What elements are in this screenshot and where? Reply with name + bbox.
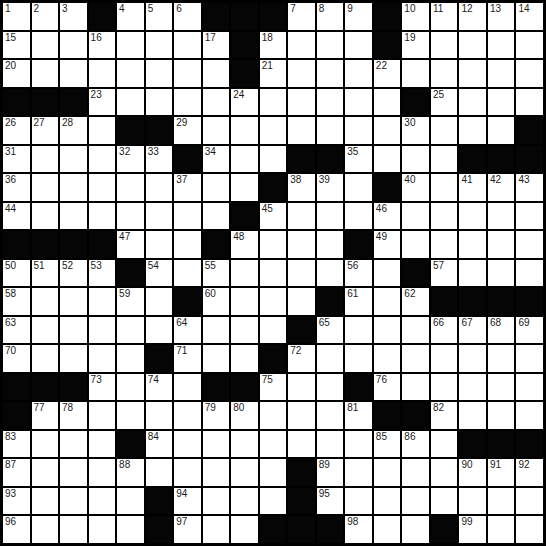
cell-r2c10[interactable]: 18 xyxy=(259,31,288,60)
cell-r14c5[interactable] xyxy=(116,373,145,402)
cell-r16c12[interactable] xyxy=(316,430,345,459)
cell-r8c12[interactable] xyxy=(316,202,345,231)
cell-r9c19[interactable] xyxy=(515,230,544,259)
cell-r17c17[interactable]: 90 xyxy=(458,458,487,487)
cell-r10c18[interactable] xyxy=(487,259,516,288)
cell-r4c11[interactable] xyxy=(287,88,316,117)
cell-r12c9[interactable] xyxy=(230,316,259,345)
cell-r5c8[interactable] xyxy=(202,116,231,145)
cell-r10c1[interactable]: 50 xyxy=(2,259,31,288)
cell-r9c15[interactable] xyxy=(401,230,430,259)
cell-r8c14[interactable]: 46 xyxy=(373,202,402,231)
cell-r6c4[interactable] xyxy=(88,145,117,174)
cell-r3c15[interactable] xyxy=(401,59,430,88)
cell-r16c13[interactable] xyxy=(344,430,373,459)
cell-r3c13[interactable] xyxy=(344,59,373,88)
cell-r10c3[interactable]: 52 xyxy=(59,259,88,288)
cell-r8c18[interactable] xyxy=(487,202,516,231)
cell-r16c7[interactable] xyxy=(173,430,202,459)
cell-r12c10[interactable] xyxy=(259,316,288,345)
cell-r5c17[interactable] xyxy=(458,116,487,145)
cell-r10c10[interactable] xyxy=(259,259,288,288)
cell-r19c5[interactable] xyxy=(116,515,145,544)
cell-r6c8[interactable]: 34 xyxy=(202,145,231,174)
cell-r7c1[interactable]: 36 xyxy=(2,173,31,202)
cell-r13c1[interactable]: 70 xyxy=(2,344,31,373)
cell-r7c7[interactable]: 37 xyxy=(173,173,202,202)
cell-r17c19[interactable]: 92 xyxy=(515,458,544,487)
cell-r13c14[interactable] xyxy=(373,344,402,373)
cell-r19c17[interactable]: 99 xyxy=(458,515,487,544)
cell-r11c10[interactable] xyxy=(259,287,288,316)
cell-r14c6[interactable]: 74 xyxy=(145,373,174,402)
clue-number-84: 84 xyxy=(148,431,159,443)
cell-r14c18[interactable] xyxy=(487,373,516,402)
cell-r4c19[interactable] xyxy=(515,88,544,117)
cell-r1c7[interactable]: 6 xyxy=(173,2,202,31)
cell-r4c6[interactable] xyxy=(145,88,174,117)
cell-r9c14[interactable]: 49 xyxy=(373,230,402,259)
cell-r13c12[interactable] xyxy=(316,344,345,373)
cell-r8c2[interactable] xyxy=(31,202,60,231)
cell-r8c1[interactable]: 44 xyxy=(2,202,31,231)
cell-r8c13[interactable] xyxy=(344,202,373,231)
cell-r6c1[interactable]: 31 xyxy=(2,145,31,174)
cell-r18c10[interactable] xyxy=(259,487,288,516)
cell-r5c4[interactable] xyxy=(88,116,117,145)
cell-r15c6[interactable] xyxy=(145,401,174,430)
cell-r18c9[interactable] xyxy=(230,487,259,516)
cell-r15c5[interactable] xyxy=(116,401,145,430)
cell-r12c6[interactable] xyxy=(145,316,174,345)
cell-r7c15[interactable]: 40 xyxy=(401,173,430,202)
cell-r1c11[interactable]: 7 xyxy=(287,2,316,31)
cell-r2c5[interactable] xyxy=(116,31,145,60)
cell-r2c18[interactable] xyxy=(487,31,516,60)
cell-r18c4[interactable] xyxy=(88,487,117,516)
cell-r13c18[interactable] xyxy=(487,344,516,373)
cell-r1c17[interactable]: 12 xyxy=(458,2,487,31)
cell-r13c17[interactable] xyxy=(458,344,487,373)
cell-r18c16[interactable] xyxy=(430,487,459,516)
cell-r19c8[interactable] xyxy=(202,515,231,544)
cell-r4c4[interactable]: 23 xyxy=(88,88,117,117)
cell-r10c12[interactable] xyxy=(316,259,345,288)
cell-r7c2[interactable] xyxy=(31,173,60,202)
cell-r16c9[interactable] xyxy=(230,430,259,459)
cell-r2c13[interactable] xyxy=(344,31,373,60)
cell-r15c9[interactable]: 80 xyxy=(230,401,259,430)
cell-r9c17[interactable] xyxy=(458,230,487,259)
cell-r1c2[interactable]: 2 xyxy=(31,2,60,31)
cell-r3c7[interactable] xyxy=(173,59,202,88)
cell-r17c7[interactable] xyxy=(173,458,202,487)
cell-r9c12[interactable] xyxy=(316,230,345,259)
cell-r18c13[interactable] xyxy=(344,487,373,516)
cell-r15c19[interactable] xyxy=(515,401,544,430)
cell-r11c3[interactable] xyxy=(59,287,88,316)
cell-r3c2[interactable] xyxy=(31,59,60,88)
cell-r5c7[interactable]: 29 xyxy=(173,116,202,145)
cell-r7c6[interactable] xyxy=(145,173,174,202)
cell-r4c7[interactable] xyxy=(173,88,202,117)
cell-r2c2[interactable] xyxy=(31,31,60,60)
cell-r12c14[interactable] xyxy=(373,316,402,345)
cell-r10c4[interactable]: 53 xyxy=(88,259,117,288)
cell-r14c12[interactable] xyxy=(316,373,345,402)
cell-r8c5[interactable] xyxy=(116,202,145,231)
cell-r10c2[interactable]: 51 xyxy=(31,259,60,288)
cell-r15c16[interactable]: 82 xyxy=(430,401,459,430)
cell-r1c5[interactable]: 4 xyxy=(116,2,145,31)
cell-r19c15[interactable] xyxy=(401,515,430,544)
cell-r17c16[interactable] xyxy=(430,458,459,487)
cell-r17c1[interactable]: 87 xyxy=(2,458,31,487)
cell-r11c4[interactable] xyxy=(88,287,117,316)
cell-r2c11[interactable] xyxy=(287,31,316,60)
cell-r17c5[interactable]: 88 xyxy=(116,458,145,487)
cell-r6c3[interactable] xyxy=(59,145,88,174)
cell-r2c6[interactable] xyxy=(145,31,174,60)
cell-r8c11[interactable] xyxy=(287,202,316,231)
cell-r15c8[interactable]: 79 xyxy=(202,401,231,430)
cell-r12c4[interactable] xyxy=(88,316,117,345)
cell-r16c15[interactable]: 86 xyxy=(401,430,430,459)
cell-r7c16[interactable] xyxy=(430,173,459,202)
cell-r8c7[interactable] xyxy=(173,202,202,231)
cell-r9c7[interactable] xyxy=(173,230,202,259)
cell-r6c15[interactable] xyxy=(401,145,430,174)
cell-r18c3[interactable] xyxy=(59,487,88,516)
cell-r15c13[interactable]: 81 xyxy=(344,401,373,430)
cell-r18c7[interactable]: 94 xyxy=(173,487,202,516)
cell-r13c8[interactable] xyxy=(202,344,231,373)
cell-r16c14[interactable]: 85 xyxy=(373,430,402,459)
cell-r5c15[interactable]: 30 xyxy=(401,116,430,145)
cell-r3c12[interactable] xyxy=(316,59,345,88)
cell-r11c5[interactable]: 59 xyxy=(116,287,145,316)
cell-r5c14[interactable] xyxy=(373,116,402,145)
cell-r1c16[interactable]: 11 xyxy=(430,2,459,31)
cell-r11c1[interactable]: 58 xyxy=(2,287,31,316)
cell-r12c1[interactable]: 63 xyxy=(2,316,31,345)
cell-r15c10[interactable] xyxy=(259,401,288,430)
cell-r4c10[interactable] xyxy=(259,88,288,117)
cell-r16c10[interactable] xyxy=(259,430,288,459)
cell-r12c19[interactable]: 69 xyxy=(515,316,544,345)
cell-r12c17[interactable]: 67 xyxy=(458,316,487,345)
cell-r4c9[interactable]: 24 xyxy=(230,88,259,117)
cell-r3c14[interactable]: 22 xyxy=(373,59,402,88)
cell-r16c11[interactable] xyxy=(287,430,316,459)
cell-r19c3[interactable] xyxy=(59,515,88,544)
cell-r19c4[interactable] xyxy=(88,515,117,544)
cell-r15c3[interactable]: 78 xyxy=(59,401,88,430)
cell-r15c17[interactable] xyxy=(458,401,487,430)
cell-r6c16[interactable] xyxy=(430,145,459,174)
cell-r19c2[interactable] xyxy=(31,515,60,544)
cell-r1c1[interactable]: 1 xyxy=(2,2,31,31)
cell-r5c18[interactable] xyxy=(487,116,516,145)
cell-r1c6[interactable]: 5 xyxy=(145,2,174,31)
cell-r15c7[interactable] xyxy=(173,401,202,430)
cell-r18c1[interactable]: 93 xyxy=(2,487,31,516)
cell-r16c16[interactable] xyxy=(430,430,459,459)
cell-r6c6[interactable]: 33 xyxy=(145,145,174,174)
cell-r13c2[interactable] xyxy=(31,344,60,373)
cell-r17c3[interactable] xyxy=(59,458,88,487)
cell-r11c11[interactable] xyxy=(287,287,316,316)
cell-r4c18[interactable] xyxy=(487,88,516,117)
cell-r16c6[interactable]: 84 xyxy=(145,430,174,459)
cell-r18c2[interactable] xyxy=(31,487,60,516)
cell-r9c16[interactable] xyxy=(430,230,459,259)
cell-r14c10[interactable]: 75 xyxy=(259,373,288,402)
cell-r17c8[interactable] xyxy=(202,458,231,487)
cell-r12c8[interactable] xyxy=(202,316,231,345)
cell-r10c19[interactable] xyxy=(515,259,544,288)
cell-r10c7[interactable] xyxy=(173,259,202,288)
cell-r16c2[interactable] xyxy=(31,430,60,459)
cell-r13c4[interactable] xyxy=(88,344,117,373)
cell-r13c3[interactable] xyxy=(59,344,88,373)
cell-r18c17[interactable] xyxy=(458,487,487,516)
cell-r11c8[interactable]: 60 xyxy=(202,287,231,316)
cell-r15c12[interactable] xyxy=(316,401,345,430)
cell-r5c2[interactable]: 27 xyxy=(31,116,60,145)
cell-r4c12[interactable] xyxy=(316,88,345,117)
cell-r3c19[interactable] xyxy=(515,59,544,88)
cell-r5c13[interactable] xyxy=(344,116,373,145)
cell-r9c9[interactable]: 48 xyxy=(230,230,259,259)
cell-r14c14[interactable]: 76 xyxy=(373,373,402,402)
cell-r19c1[interactable]: 96 xyxy=(2,515,31,544)
cell-r5c1[interactable]: 26 xyxy=(2,116,31,145)
cell-r11c14[interactable] xyxy=(373,287,402,316)
cell-r8c19[interactable] xyxy=(515,202,544,231)
cell-r5c10[interactable] xyxy=(259,116,288,145)
cell-r19c19[interactable] xyxy=(515,515,544,544)
cell-r7c13[interactable] xyxy=(344,173,373,202)
cell-r4c5[interactable] xyxy=(116,88,145,117)
cell-r17c15[interactable] xyxy=(401,458,430,487)
cell-r6c5[interactable]: 32 xyxy=(116,145,145,174)
cell-r12c12[interactable]: 65 xyxy=(316,316,345,345)
cell-r4c13[interactable] xyxy=(344,88,373,117)
cell-r9c11[interactable] xyxy=(287,230,316,259)
cell-r15c18[interactable] xyxy=(487,401,516,430)
cell-r17c13[interactable] xyxy=(344,458,373,487)
cell-r7c5[interactable] xyxy=(116,173,145,202)
cell-r14c15[interactable] xyxy=(401,373,430,402)
cell-r17c10[interactable] xyxy=(259,458,288,487)
cell-r18c14[interactable] xyxy=(373,487,402,516)
cell-r11c9[interactable] xyxy=(230,287,259,316)
cell-r18c15[interactable] xyxy=(401,487,430,516)
cell-r3c5[interactable] xyxy=(116,59,145,88)
cell-r7c17[interactable]: 41 xyxy=(458,173,487,202)
cell-r10c14[interactable] xyxy=(373,259,402,288)
cell-r18c19[interactable] xyxy=(515,487,544,516)
cell-r7c19[interactable]: 43 xyxy=(515,173,544,202)
cell-r2c7[interactable] xyxy=(173,31,202,60)
cell-r17c18[interactable]: 91 xyxy=(487,458,516,487)
cell-r8c3[interactable] xyxy=(59,202,88,231)
cell-r12c15[interactable] xyxy=(401,316,430,345)
cell-r12c18[interactable]: 68 xyxy=(487,316,516,345)
cell-r9c5[interactable]: 47 xyxy=(116,230,145,259)
cell-r5c16[interactable] xyxy=(430,116,459,145)
cell-r9c18[interactable] xyxy=(487,230,516,259)
cell-r1c19[interactable]: 14 xyxy=(515,2,544,31)
cell-r11c15[interactable]: 62 xyxy=(401,287,430,316)
cell-r3c10[interactable]: 21 xyxy=(259,59,288,88)
cell-r12c7[interactable]: 64 xyxy=(173,316,202,345)
cell-r2c3[interactable] xyxy=(59,31,88,60)
cell-r10c6[interactable]: 54 xyxy=(145,259,174,288)
cell-r10c11[interactable] xyxy=(287,259,316,288)
cell-r2c19[interactable] xyxy=(515,31,544,60)
cell-r14c7[interactable] xyxy=(173,373,202,402)
cell-r2c8[interactable]: 17 xyxy=(202,31,231,60)
cell-r16c4[interactable] xyxy=(88,430,117,459)
cell-r8c6[interactable] xyxy=(145,202,174,231)
cell-r13c19[interactable] xyxy=(515,344,544,373)
cell-r6c10[interactable] xyxy=(259,145,288,174)
cell-r7c4[interactable] xyxy=(88,173,117,202)
cell-r3c1[interactable]: 20 xyxy=(2,59,31,88)
cell-r3c17[interactable] xyxy=(458,59,487,88)
cell-r14c16[interactable] xyxy=(430,373,459,402)
cell-r8c15[interactable] xyxy=(401,202,430,231)
cell-r9c10[interactable] xyxy=(259,230,288,259)
cell-r18c12[interactable]: 95 xyxy=(316,487,345,516)
cell-r10c16[interactable]: 57 xyxy=(430,259,459,288)
cell-r13c9[interactable] xyxy=(230,344,259,373)
cell-r18c8[interactable] xyxy=(202,487,231,516)
cell-r19c14[interactable] xyxy=(373,515,402,544)
cell-r7c18[interactable]: 42 xyxy=(487,173,516,202)
cell-r7c8[interactable] xyxy=(202,173,231,202)
cell-r4c16[interactable]: 25 xyxy=(430,88,459,117)
cell-r8c4[interactable] xyxy=(88,202,117,231)
cell-r8c17[interactable] xyxy=(458,202,487,231)
cell-r5c9[interactable] xyxy=(230,116,259,145)
cell-r10c9[interactable] xyxy=(230,259,259,288)
cell-r4c8[interactable] xyxy=(202,88,231,117)
cell-r2c12[interactable] xyxy=(316,31,345,60)
cell-r3c4[interactable] xyxy=(88,59,117,88)
cell-r6c14[interactable] xyxy=(373,145,402,174)
cell-r15c2[interactable]: 77 xyxy=(31,401,60,430)
cell-r12c16[interactable]: 66 xyxy=(430,316,459,345)
cell-r16c3[interactable] xyxy=(59,430,88,459)
cell-r12c13[interactable] xyxy=(344,316,373,345)
cell-r7c11[interactable]: 38 xyxy=(287,173,316,202)
cell-r3c18[interactable] xyxy=(487,59,516,88)
cell-r14c4[interactable]: 73 xyxy=(88,373,117,402)
cell-r17c12[interactable]: 89 xyxy=(316,458,345,487)
cell-r14c19[interactable] xyxy=(515,373,544,402)
cell-r13c13[interactable] xyxy=(344,344,373,373)
cell-r2c4[interactable]: 16 xyxy=(88,31,117,60)
cell-r17c2[interactable] xyxy=(31,458,60,487)
cell-r2c17[interactable] xyxy=(458,31,487,60)
cell-r8c8[interactable] xyxy=(202,202,231,231)
cell-r19c13[interactable]: 98 xyxy=(344,515,373,544)
cell-r13c15[interactable] xyxy=(401,344,430,373)
cell-r15c11[interactable] xyxy=(287,401,316,430)
cell-r19c7[interactable]: 97 xyxy=(173,515,202,544)
cell-r1c12[interactable]: 8 xyxy=(316,2,345,31)
cell-r2c16[interactable] xyxy=(430,31,459,60)
cell-r1c15[interactable]: 10 xyxy=(401,2,430,31)
cell-r6c13[interactable]: 35 xyxy=(344,145,373,174)
cell-r17c14[interactable] xyxy=(373,458,402,487)
cell-r5c12[interactable] xyxy=(316,116,345,145)
cell-r3c11[interactable] xyxy=(287,59,316,88)
cell-r12c3[interactable] xyxy=(59,316,88,345)
cell-r2c15[interactable]: 19 xyxy=(401,31,430,60)
cell-r10c13[interactable]: 56 xyxy=(344,259,373,288)
cell-r14c17[interactable] xyxy=(458,373,487,402)
cell-r13c16[interactable] xyxy=(430,344,459,373)
cell-r9c6[interactable] xyxy=(145,230,174,259)
cell-r8c16[interactable] xyxy=(430,202,459,231)
cell-r5c11[interactable] xyxy=(287,116,316,145)
cell-r13c5[interactable] xyxy=(116,344,145,373)
cell-r1c13[interactable]: 9 xyxy=(344,2,373,31)
cell-r11c2[interactable] xyxy=(31,287,60,316)
cell-r1c18[interactable]: 13 xyxy=(487,2,516,31)
cell-r12c2[interactable] xyxy=(31,316,60,345)
cell-r17c4[interactable] xyxy=(88,458,117,487)
cell-r16c8[interactable] xyxy=(202,430,231,459)
cell-r18c18[interactable] xyxy=(487,487,516,516)
cell-r8c10[interactable]: 45 xyxy=(259,202,288,231)
cell-r3c6[interactable] xyxy=(145,59,174,88)
cell-r19c18[interactable] xyxy=(487,515,516,544)
cell-r17c9[interactable] xyxy=(230,458,259,487)
cell-r3c8[interactable] xyxy=(202,59,231,88)
cell-r17c6[interactable] xyxy=(145,458,174,487)
cell-r18c5[interactable] xyxy=(116,487,145,516)
cell-r7c9[interactable] xyxy=(230,173,259,202)
cell-r16c1[interactable]: 83 xyxy=(2,430,31,459)
cell-r13c7[interactable]: 71 xyxy=(173,344,202,373)
cell-r15c4[interactable] xyxy=(88,401,117,430)
cell-r1c3[interactable]: 3 xyxy=(59,2,88,31)
cell-r11c13[interactable]: 61 xyxy=(344,287,373,316)
cell-r3c3[interactable] xyxy=(59,59,88,88)
cell-r13c11[interactable]: 72 xyxy=(287,344,316,373)
cell-r6c9[interactable] xyxy=(230,145,259,174)
cell-r19c9[interactable] xyxy=(230,515,259,544)
cell-r6c2[interactable] xyxy=(31,145,60,174)
cell-r12c5[interactable] xyxy=(116,316,145,345)
cell-r7c3[interactable] xyxy=(59,173,88,202)
cell-r7c12[interactable]: 39 xyxy=(316,173,345,202)
cell-r5c3[interactable]: 28 xyxy=(59,116,88,145)
cell-r14c11[interactable] xyxy=(287,373,316,402)
cell-r4c14[interactable] xyxy=(373,88,402,117)
cell-r11c6[interactable] xyxy=(145,287,174,316)
cell-r10c17[interactable] xyxy=(458,259,487,288)
cell-r4c17[interactable] xyxy=(458,88,487,117)
cell-r3c16[interactable] xyxy=(430,59,459,88)
cell-r10c8[interactable]: 55 xyxy=(202,259,231,288)
cell-r2c1[interactable]: 15 xyxy=(2,31,31,60)
